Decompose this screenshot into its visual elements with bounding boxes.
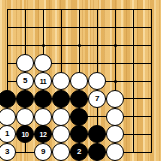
move-number: 2 <box>77 148 81 156</box>
move-number: 3 <box>5 148 9 156</box>
board-point[interactable] <box>142 108 160 126</box>
black-stone <box>70 90 88 108</box>
board-point[interactable]: 3 <box>0 143 16 161</box>
board-point[interactable] <box>70 54 88 72</box>
go-board: 511711012392 <box>0 1 160 161</box>
white-stone <box>52 72 70 90</box>
board-point[interactable] <box>106 108 124 126</box>
board-point[interactable] <box>0 90 16 108</box>
board-point[interactable] <box>70 1 88 19</box>
board-point[interactable] <box>70 37 88 55</box>
grid-line-vertical <box>115 19 116 37</box>
grid-line-vertical <box>151 126 152 144</box>
board-point[interactable]: 5 <box>16 72 34 90</box>
move-number: 9 <box>41 148 45 156</box>
grid-line-vertical <box>151 90 152 108</box>
grid-line-vertical <box>115 9 116 18</box>
board-point[interactable] <box>124 54 142 72</box>
board-point[interactable] <box>0 19 16 37</box>
grid-line-vertical <box>133 72 134 90</box>
grid-line-vertical <box>7 37 8 55</box>
board-point[interactable] <box>106 19 124 37</box>
black-stone <box>70 125 88 143</box>
board-point[interactable] <box>88 19 106 37</box>
grid-line-vertical <box>151 19 152 37</box>
black-stone <box>52 90 70 108</box>
white-stone: 5 <box>16 72 34 90</box>
board-point[interactable] <box>124 143 142 161</box>
board-point[interactable] <box>52 108 70 126</box>
white-stone <box>88 72 106 90</box>
board-point[interactable]: 1 <box>0 126 16 144</box>
board-point[interactable] <box>106 90 124 108</box>
grid-line-vertical <box>151 72 152 90</box>
board-point[interactable] <box>88 108 106 126</box>
black-stone <box>88 143 106 161</box>
white-stone: 9 <box>34 143 52 161</box>
board-point[interactable] <box>34 37 52 55</box>
board-point[interactable] <box>142 72 160 90</box>
board-point[interactable] <box>70 90 88 108</box>
star-point <box>78 44 81 47</box>
grid-line-vertical <box>61 37 62 55</box>
grid-line-vertical <box>133 126 134 144</box>
board-point[interactable] <box>124 19 142 37</box>
move-number: 10 <box>22 131 29 138</box>
grid-line-vertical <box>151 54 152 72</box>
grid-line-vertical <box>115 54 116 72</box>
board-point[interactable] <box>70 19 88 37</box>
board-point[interactable] <box>52 54 70 72</box>
black-stone <box>0 90 16 108</box>
grid-line-vertical <box>25 9 26 18</box>
board-point[interactable] <box>0 108 16 126</box>
board-point[interactable] <box>124 37 142 55</box>
board-point[interactable] <box>106 143 124 161</box>
star-point <box>114 44 117 47</box>
white-stone <box>52 125 70 143</box>
board-point[interactable] <box>124 126 142 144</box>
board-point[interactable] <box>106 126 124 144</box>
black-stone: 2 <box>70 143 88 161</box>
grid-line-vertical <box>43 19 44 37</box>
black-stone <box>34 90 52 108</box>
white-stone: 3 <box>0 143 16 161</box>
board-point[interactable] <box>142 143 160 161</box>
white-stone <box>16 54 34 72</box>
board-point[interactable] <box>106 37 124 55</box>
grid-line-vertical <box>61 54 62 72</box>
white-stone <box>106 143 124 161</box>
black-stone <box>88 125 106 143</box>
board-point[interactable] <box>142 1 160 19</box>
board-point[interactable] <box>88 143 106 161</box>
board-point[interactable]: 7 <box>88 90 106 108</box>
move-number: 12 <box>40 131 47 138</box>
board-point[interactable] <box>142 37 160 55</box>
board-point[interactable] <box>142 126 160 144</box>
board-point[interactable]: 9 <box>34 143 52 161</box>
white-stone <box>52 143 70 161</box>
white-stone <box>16 108 34 126</box>
grid-line-vertical <box>97 108 98 126</box>
board-point[interactable] <box>52 1 70 19</box>
grid-line-vertical <box>7 19 8 37</box>
board-point[interactable] <box>70 72 88 90</box>
move-number: 11 <box>40 78 47 85</box>
board-point[interactable]: 10 <box>16 126 34 144</box>
board-point[interactable] <box>34 1 52 19</box>
board-point[interactable] <box>52 143 70 161</box>
board-point[interactable] <box>106 1 124 19</box>
board-point[interactable] <box>34 108 52 126</box>
white-stone: 1 <box>0 125 16 143</box>
white-stone: 7 <box>88 90 106 108</box>
board-point[interactable] <box>88 126 106 144</box>
board-point[interactable] <box>88 37 106 55</box>
grid-line-vertical <box>133 143 134 152</box>
white-stone <box>0 108 16 126</box>
grid-line-vertical <box>7 9 8 18</box>
board-point[interactable] <box>124 90 142 108</box>
white-stone <box>106 90 124 108</box>
black-stone <box>16 90 34 108</box>
board-point[interactable] <box>16 143 34 161</box>
board-point[interactable] <box>142 19 160 37</box>
board-point[interactable] <box>52 72 70 90</box>
board-point[interactable] <box>0 72 16 90</box>
grid-line-vertical <box>97 19 98 37</box>
white-stone <box>52 108 70 126</box>
white-stone <box>34 54 52 72</box>
grid-line-vertical <box>97 37 98 55</box>
grid-line-vertical <box>133 108 134 126</box>
grid-line-vertical <box>61 9 62 18</box>
board-point[interactable] <box>16 1 34 19</box>
board-point[interactable] <box>34 54 52 72</box>
grid-line-vertical <box>151 108 152 126</box>
star-point <box>42 44 45 47</box>
board-point[interactable] <box>0 37 16 55</box>
board-point[interactable] <box>0 54 16 72</box>
grid-line-vertical <box>25 37 26 55</box>
board-point[interactable] <box>16 19 34 37</box>
board-point[interactable] <box>142 54 160 72</box>
grid-line-horizontal <box>7 9 17 10</box>
grid-line-horizontal <box>7 45 17 46</box>
board-point[interactable] <box>52 37 70 55</box>
board-point[interactable] <box>88 72 106 90</box>
board-point[interactable]: 12 <box>34 126 52 144</box>
board-point[interactable] <box>52 90 70 108</box>
grid-line-vertical <box>133 90 134 108</box>
grid-line-vertical <box>7 72 8 90</box>
grid-line-vertical <box>97 54 98 72</box>
board-point[interactable] <box>16 54 34 72</box>
board-point[interactable] <box>16 90 34 108</box>
board-point[interactable] <box>70 108 88 126</box>
board-point[interactable] <box>142 90 160 108</box>
board-point[interactable] <box>52 126 70 144</box>
board-point[interactable] <box>16 37 34 55</box>
white-stone <box>70 72 88 90</box>
grid-line-vertical <box>133 9 134 18</box>
grid-line-vertical <box>25 143 26 152</box>
board-point[interactable] <box>124 72 142 90</box>
board-point[interactable] <box>106 54 124 72</box>
grid-line-vertical <box>97 9 98 18</box>
grid-line-horizontal <box>7 27 17 28</box>
white-stone <box>106 125 124 143</box>
grid-line-vertical <box>133 19 134 37</box>
black-stone <box>70 108 88 126</box>
board-point[interactable]: 11 <box>34 72 52 90</box>
board-point[interactable] <box>106 72 124 90</box>
board-point[interactable] <box>16 108 34 126</box>
go-board-screenshot: 511711012392 <box>0 0 161 161</box>
grid-line-vertical <box>43 9 44 18</box>
move-number: 5 <box>23 77 27 85</box>
grid-line-vertical <box>25 19 26 37</box>
grid-line-vertical <box>151 9 152 18</box>
grid-line-vertical <box>151 143 152 152</box>
white-stone: 11 <box>34 72 52 90</box>
black-stone: 10 <box>16 125 34 143</box>
board-point[interactable] <box>124 1 142 19</box>
board-point[interactable] <box>88 1 106 19</box>
board-point[interactable] <box>88 54 106 72</box>
white-stone <box>34 108 52 126</box>
board-point[interactable] <box>34 19 52 37</box>
board-point[interactable] <box>124 108 142 126</box>
grid-line-horizontal <box>7 81 17 82</box>
white-stone <box>106 108 124 126</box>
star-point <box>114 80 117 83</box>
board-point[interactable] <box>52 19 70 37</box>
grid-line-vertical <box>7 54 8 72</box>
grid-line-vertical <box>79 19 80 37</box>
grid-line-vertical <box>79 9 80 18</box>
board-point[interactable] <box>34 90 52 108</box>
grid-line-vertical <box>61 19 62 37</box>
move-number: 1 <box>5 130 9 138</box>
grid-line-vertical <box>151 37 152 55</box>
board-point[interactable]: 2 <box>70 143 88 161</box>
move-number: 7 <box>95 95 99 103</box>
grid-line-vertical <box>79 54 80 72</box>
board-point[interactable] <box>70 126 88 144</box>
black-stone: 12 <box>34 125 52 143</box>
board-point[interactable] <box>0 1 16 19</box>
grid-line-vertical <box>133 54 134 72</box>
grid-line-vertical <box>133 37 134 55</box>
grid-line-horizontal <box>7 63 17 64</box>
